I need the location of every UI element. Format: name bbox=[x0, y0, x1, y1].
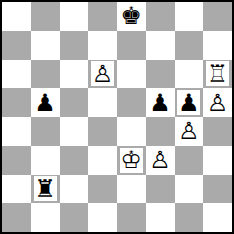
square-a4[interactable] bbox=[2, 117, 31, 146]
square-a7[interactable] bbox=[2, 31, 31, 60]
square-h6[interactable]: ♖ bbox=[203, 60, 232, 89]
square-e8[interactable]: ♚ bbox=[117, 2, 146, 31]
square-h3[interactable] bbox=[203, 146, 232, 175]
square-c4[interactable] bbox=[60, 117, 89, 146]
square-e1[interactable] bbox=[117, 203, 146, 232]
square-d4[interactable] bbox=[88, 117, 117, 146]
square-b3[interactable] bbox=[31, 146, 60, 175]
square-c3[interactable] bbox=[60, 146, 89, 175]
square-h7[interactable] bbox=[203, 31, 232, 60]
square-f6[interactable] bbox=[146, 60, 175, 89]
square-f5[interactable]: ♟ bbox=[146, 88, 175, 117]
square-d5[interactable] bbox=[88, 88, 117, 117]
square-g2[interactable] bbox=[175, 175, 204, 204]
square-e5[interactable] bbox=[117, 88, 146, 117]
square-h8[interactable] bbox=[203, 2, 232, 31]
square-d8[interactable] bbox=[88, 2, 117, 31]
square-a5[interactable] bbox=[2, 88, 31, 117]
black-pawn[interactable]: ♟ bbox=[34, 90, 57, 115]
square-f3[interactable]: ♙ bbox=[146, 146, 175, 175]
square-g7[interactable] bbox=[175, 31, 204, 60]
square-f4[interactable] bbox=[146, 117, 175, 146]
square-a1[interactable] bbox=[2, 203, 31, 232]
square-h4[interactable] bbox=[203, 117, 232, 146]
square-a8[interactable] bbox=[2, 2, 31, 31]
square-c6[interactable] bbox=[60, 60, 89, 89]
white-pawn[interactable]: ♙ bbox=[91, 61, 114, 86]
square-f1[interactable] bbox=[146, 203, 175, 232]
square-g1[interactable] bbox=[175, 203, 204, 232]
square-d2[interactable] bbox=[88, 175, 117, 204]
black-king[interactable]: ♚ bbox=[120, 4, 143, 29]
square-f7[interactable] bbox=[146, 31, 175, 60]
white-pawn[interactable]: ♙ bbox=[206, 90, 229, 115]
square-f2[interactable] bbox=[146, 175, 175, 204]
square-g8[interactable] bbox=[175, 2, 204, 31]
square-b2[interactable]: ♜ bbox=[31, 175, 60, 204]
square-e7[interactable] bbox=[117, 31, 146, 60]
square-d7[interactable] bbox=[88, 31, 117, 60]
square-c5[interactable] bbox=[60, 88, 89, 117]
square-g6[interactable] bbox=[175, 60, 204, 89]
square-b4[interactable] bbox=[31, 117, 60, 146]
square-g3[interactable] bbox=[175, 146, 204, 175]
white-king[interactable]: ♔ bbox=[120, 148, 143, 173]
white-pawn[interactable]: ♙ bbox=[177, 119, 200, 144]
white-rook[interactable]: ♖ bbox=[206, 61, 229, 86]
square-h5[interactable]: ♙ bbox=[203, 88, 232, 117]
square-e6[interactable] bbox=[117, 60, 146, 89]
square-d3[interactable] bbox=[88, 146, 117, 175]
black-rook[interactable]: ♜ bbox=[34, 176, 57, 201]
square-g5[interactable]: ♟ bbox=[175, 88, 204, 117]
square-f8[interactable] bbox=[146, 2, 175, 31]
square-h1[interactable] bbox=[203, 203, 232, 232]
square-g4[interactable]: ♙ bbox=[175, 117, 204, 146]
white-pawn[interactable]: ♙ bbox=[149, 148, 172, 173]
square-b5[interactable]: ♟ bbox=[31, 88, 60, 117]
square-e2[interactable] bbox=[117, 175, 146, 204]
square-c7[interactable] bbox=[60, 31, 89, 60]
square-d1[interactable] bbox=[88, 203, 117, 232]
square-h2[interactable] bbox=[203, 175, 232, 204]
square-b8[interactable] bbox=[31, 2, 60, 31]
square-d6[interactable]: ♙ bbox=[88, 60, 117, 89]
square-e3[interactable]: ♔ bbox=[117, 146, 146, 175]
square-e4[interactable] bbox=[117, 117, 146, 146]
black-pawn[interactable]: ♟ bbox=[177, 90, 200, 115]
square-c8[interactable] bbox=[60, 2, 89, 31]
square-b7[interactable] bbox=[31, 31, 60, 60]
chess-board: ♚♙♖♟♟♟♙♙♔♙♜ bbox=[0, 0, 234, 234]
square-a6[interactable] bbox=[2, 60, 31, 89]
square-b6[interactable] bbox=[31, 60, 60, 89]
square-a3[interactable] bbox=[2, 146, 31, 175]
square-c1[interactable] bbox=[60, 203, 89, 232]
square-c2[interactable] bbox=[60, 175, 89, 204]
square-b1[interactable] bbox=[31, 203, 60, 232]
black-pawn[interactable]: ♟ bbox=[149, 90, 172, 115]
square-a2[interactable] bbox=[2, 175, 31, 204]
